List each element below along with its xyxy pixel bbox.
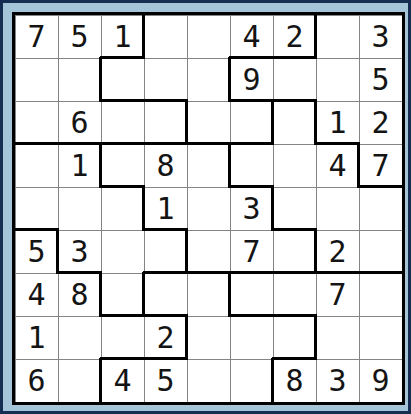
cell-r7c7[interactable]	[273, 273, 316, 316]
cell-r2c2[interactable]	[58, 58, 101, 101]
cell-r6c2[interactable]: 3	[58, 230, 101, 273]
cell-r7c3[interactable]	[101, 273, 144, 316]
cell-r2c3[interactable]	[101, 58, 144, 101]
cell-r7c9[interactable]	[359, 273, 402, 316]
cell-r3c7[interactable]	[273, 101, 316, 144]
cell-r7c6[interactable]	[230, 273, 273, 316]
cell-r2c8[interactable]	[316, 58, 359, 101]
cell-r9c9[interactable]: 9	[359, 359, 402, 402]
cell-r4c2[interactable]: 1	[58, 144, 101, 187]
cell-r3c4[interactable]	[144, 101, 187, 144]
cell-r9c8[interactable]: 3	[316, 359, 359, 402]
cell-r7c5[interactable]	[187, 273, 230, 316]
sudoku-board: 75142395612184713537248712645839	[12, 12, 405, 405]
cell-r2c4[interactable]	[144, 58, 187, 101]
cell-r1c6[interactable]: 4	[230, 15, 273, 58]
cell-r6c6[interactable]: 7	[230, 230, 273, 273]
cell-r5c6[interactable]: 3	[230, 187, 273, 230]
cell-r3c9[interactable]: 2	[359, 101, 402, 144]
cell-r5c1[interactable]	[15, 187, 58, 230]
cell-r1c9[interactable]: 3	[359, 15, 402, 58]
cell-r2c6[interactable]: 9	[230, 58, 273, 101]
cell-r8c4[interactable]: 2	[144, 316, 187, 359]
cell-r8c5[interactable]	[187, 316, 230, 359]
cell-r4c3[interactable]	[101, 144, 144, 187]
cell-r4c5[interactable]	[187, 144, 230, 187]
cell-r6c8[interactable]: 2	[316, 230, 359, 273]
cell-r7c2[interactable]: 8	[58, 273, 101, 316]
cell-r5c4[interactable]: 1	[144, 187, 187, 230]
cell-r1c3[interactable]: 1	[101, 15, 144, 58]
cell-r9c6[interactable]	[230, 359, 273, 402]
cell-r6c1[interactable]: 5	[15, 230, 58, 273]
cell-r4c9[interactable]: 7	[359, 144, 402, 187]
cell-r1c2[interactable]: 5	[58, 15, 101, 58]
cell-r8c8[interactable]	[316, 316, 359, 359]
cell-r8c1[interactable]: 1	[15, 316, 58, 359]
cell-r9c1[interactable]: 6	[15, 359, 58, 402]
cell-r9c4[interactable]: 5	[144, 359, 187, 402]
cell-r9c3[interactable]: 4	[101, 359, 144, 402]
cell-r2c7[interactable]	[273, 58, 316, 101]
cell-r1c5[interactable]	[187, 15, 230, 58]
cell-r8c9[interactable]	[359, 316, 402, 359]
cell-r3c1[interactable]	[15, 101, 58, 144]
cell-r1c8[interactable]	[316, 15, 359, 58]
cell-r7c8[interactable]: 7	[316, 273, 359, 316]
cell-r9c2[interactable]	[58, 359, 101, 402]
cell-r4c6[interactable]	[230, 144, 273, 187]
cell-r1c1[interactable]: 7	[15, 15, 58, 58]
cell-r6c3[interactable]	[101, 230, 144, 273]
cell-r8c6[interactable]	[230, 316, 273, 359]
cell-r8c2[interactable]	[58, 316, 101, 359]
cell-r6c7[interactable]	[273, 230, 316, 273]
cell-r3c2[interactable]: 6	[58, 101, 101, 144]
cell-r3c8[interactable]: 1	[316, 101, 359, 144]
cell-r2c5[interactable]	[187, 58, 230, 101]
cell-r6c9[interactable]	[359, 230, 402, 273]
cell-r6c5[interactable]	[187, 230, 230, 273]
cell-r4c8[interactable]: 4	[316, 144, 359, 187]
cell-r1c7[interactable]: 2	[273, 15, 316, 58]
page-background: 75142395612184713537248712645839	[3, 3, 408, 411]
cell-r7c1[interactable]: 4	[15, 273, 58, 316]
cell-r3c3[interactable]	[101, 101, 144, 144]
cell-r5c3[interactable]	[101, 187, 144, 230]
cell-r5c9[interactable]	[359, 187, 402, 230]
cell-r3c6[interactable]	[230, 101, 273, 144]
cell-r7c4[interactable]	[144, 273, 187, 316]
cell-r4c7[interactable]	[273, 144, 316, 187]
cell-r4c4[interactable]: 8	[144, 144, 187, 187]
cell-r5c8[interactable]	[316, 187, 359, 230]
page: { "game": { "type": "jigsaw-sudoku", "va…	[0, 0, 411, 414]
cell-r2c1[interactable]	[15, 58, 58, 101]
cell-r6c4[interactable]	[144, 230, 187, 273]
cell-r8c7[interactable]	[273, 316, 316, 359]
cell-r5c2[interactable]	[58, 187, 101, 230]
cell-r5c7[interactable]	[273, 187, 316, 230]
cell-r1c4[interactable]	[144, 15, 187, 58]
cell-r8c3[interactable]	[101, 316, 144, 359]
cell-r3c5[interactable]	[187, 101, 230, 144]
cell-r4c1[interactable]	[15, 144, 58, 187]
cell-r2c9[interactable]: 5	[359, 58, 402, 101]
cell-r9c5[interactable]	[187, 359, 230, 402]
cell-r9c7[interactable]: 8	[273, 359, 316, 402]
cell-r5c5[interactable]	[187, 187, 230, 230]
